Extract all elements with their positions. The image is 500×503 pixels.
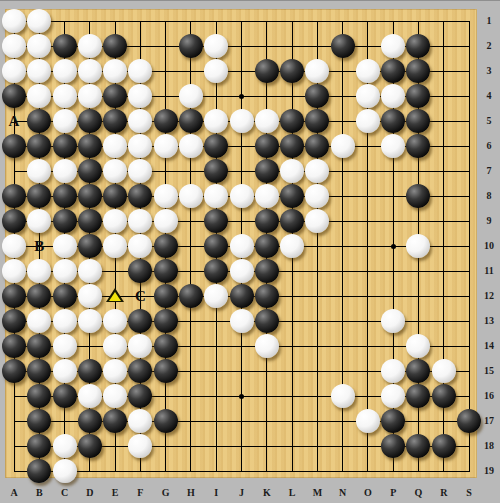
stone-white (381, 309, 405, 333)
stone-black (78, 184, 102, 208)
coord-number: 4 (481, 91, 497, 101)
stone-black (27, 434, 51, 458)
stone-black (230, 284, 254, 308)
stone-black (381, 434, 405, 458)
stone-white (331, 134, 355, 158)
stone-black (128, 384, 152, 408)
stone-white (204, 59, 228, 83)
stone-white (154, 134, 178, 158)
stone-black (255, 259, 279, 283)
coord-letter: J (234, 488, 250, 498)
stone-black (204, 259, 228, 283)
stone-white (128, 409, 152, 433)
stone-black (78, 434, 102, 458)
stone-white (230, 259, 254, 283)
stone-white (78, 384, 102, 408)
stone-black (204, 234, 228, 258)
stone-black (27, 384, 51, 408)
coord-letter: C (57, 488, 73, 498)
stone-black (406, 34, 430, 58)
coord-letter: R (436, 488, 452, 498)
coord-letter: M (309, 488, 325, 498)
stone-black (78, 209, 102, 233)
stone-black (53, 184, 77, 208)
star-point (239, 94, 244, 99)
stone-white (305, 209, 329, 233)
letter-marker-C: C (130, 289, 150, 304)
stone-white (2, 34, 26, 58)
stone-white (2, 259, 26, 283)
coord-letter: S (461, 488, 477, 498)
stone-black (128, 259, 152, 283)
stone-white (27, 59, 51, 83)
stone-black (53, 284, 77, 308)
stone-white (356, 59, 380, 83)
stone-black (457, 409, 481, 433)
stone-white (103, 359, 127, 383)
coord-number: 18 (481, 441, 497, 451)
stone-white (53, 359, 77, 383)
stone-black (2, 334, 26, 358)
coord-number: 17 (481, 416, 497, 426)
stone-black (381, 109, 405, 133)
stone-black (78, 359, 102, 383)
stone-white (331, 384, 355, 408)
stone-black (204, 159, 228, 183)
stone-white (204, 184, 228, 208)
stone-black (255, 134, 279, 158)
coord-letter: F (132, 488, 148, 498)
stone-black (154, 109, 178, 133)
stone-white (53, 259, 77, 283)
stone-white (103, 384, 127, 408)
triangle-marker (106, 288, 124, 302)
stone-black (103, 34, 127, 58)
coord-number: 13 (481, 316, 497, 326)
triangle-marker-fill (109, 292, 121, 301)
go-app-window: ABC ABCDEFGHIJKLMNOPQRS12345678910111213… (0, 0, 500, 503)
letter-marker-A: A (4, 114, 24, 129)
stone-black (2, 209, 26, 233)
stone-black (179, 34, 203, 58)
stone-white (2, 9, 26, 33)
grid-line-horizontal (14, 346, 470, 347)
coord-number: 9 (481, 216, 497, 226)
stone-black (78, 409, 102, 433)
stone-white (78, 34, 102, 58)
stone-black (406, 434, 430, 458)
stone-black (53, 34, 77, 58)
stone-white (27, 209, 51, 233)
stone-black (78, 234, 102, 258)
stone-white (305, 159, 329, 183)
stone-black (280, 184, 304, 208)
stone-black (305, 109, 329, 133)
stone-black (2, 184, 26, 208)
stone-white (230, 184, 254, 208)
grid-line-horizontal (14, 21, 470, 22)
stone-white (128, 334, 152, 358)
stone-black (78, 134, 102, 158)
stone-white (53, 309, 77, 333)
stone-black (128, 184, 152, 208)
stone-black (103, 184, 127, 208)
coord-letter: P (385, 488, 401, 498)
stone-black (305, 134, 329, 158)
coord-letter: Q (410, 488, 426, 498)
stone-white (204, 284, 228, 308)
stone-black (381, 59, 405, 83)
stone-white (78, 309, 102, 333)
stone-white (381, 134, 405, 158)
stone-black (27, 359, 51, 383)
stone-black (331, 34, 355, 58)
stone-white (154, 209, 178, 233)
coord-number: 16 (481, 391, 497, 401)
coord-number: 14 (481, 341, 497, 351)
coord-letter: I (208, 488, 224, 498)
stone-white (53, 434, 77, 458)
stone-black (255, 209, 279, 233)
stone-white (280, 159, 304, 183)
stone-black (2, 309, 26, 333)
stone-black (78, 159, 102, 183)
stone-black (53, 209, 77, 233)
stone-black (255, 309, 279, 333)
stone-black (255, 59, 279, 83)
stone-white (230, 309, 254, 333)
stone-black (280, 209, 304, 233)
stone-black (406, 384, 430, 408)
stone-white (103, 59, 127, 83)
stone-white (230, 234, 254, 258)
coord-letter: B (31, 488, 47, 498)
stone-white (128, 109, 152, 133)
stone-white (255, 109, 279, 133)
stone-black (255, 284, 279, 308)
stone-white (381, 359, 405, 383)
star-point (239, 394, 244, 399)
stone-black (280, 59, 304, 83)
coord-number: 7 (481, 166, 497, 176)
stone-black (154, 334, 178, 358)
stone-white (381, 34, 405, 58)
stone-white (53, 84, 77, 108)
coord-number: 6 (481, 141, 497, 151)
stone-white (179, 134, 203, 158)
stone-white (381, 84, 405, 108)
stone-white (406, 334, 430, 358)
stone-black (128, 359, 152, 383)
stone-black (305, 84, 329, 108)
stone-white (53, 234, 77, 258)
coord-letter: G (158, 488, 174, 498)
stone-black (406, 59, 430, 83)
stone-black (406, 359, 430, 383)
stone-black (53, 134, 77, 158)
stone-white (280, 234, 304, 258)
stone-black (154, 234, 178, 258)
stone-black (2, 359, 26, 383)
stone-white (53, 459, 77, 483)
stone-black (27, 109, 51, 133)
go-board[interactable]: ABC (5, 9, 477, 478)
stone-white (406, 234, 430, 258)
stone-white (53, 109, 77, 133)
coord-letter: E (107, 488, 123, 498)
stone-white (204, 34, 228, 58)
letter-marker-B: B (29, 239, 49, 254)
coord-number: 19 (481, 466, 497, 476)
stone-black (154, 284, 178, 308)
stone-black (280, 109, 304, 133)
stone-white (128, 159, 152, 183)
stone-white (204, 109, 228, 133)
stone-black (179, 109, 203, 133)
stone-white (103, 134, 127, 158)
stone-black (154, 409, 178, 433)
coord-number: 5 (481, 116, 497, 126)
stone-black (154, 259, 178, 283)
coord-number: 8 (481, 191, 497, 201)
stone-black (103, 84, 127, 108)
stone-black (27, 184, 51, 208)
stone-white (103, 334, 127, 358)
stone-white (53, 59, 77, 83)
stone-black (154, 359, 178, 383)
stone-black (27, 459, 51, 483)
stone-white (53, 159, 77, 183)
stone-black (432, 434, 456, 458)
stone-white (432, 359, 456, 383)
stone-black (255, 159, 279, 183)
stone-black (27, 409, 51, 433)
coord-letter: K (259, 488, 275, 498)
coord-number: 12 (481, 291, 497, 301)
stone-black (179, 284, 203, 308)
stone-white (27, 259, 51, 283)
stone-black (255, 234, 279, 258)
stone-white (128, 84, 152, 108)
stone-white (78, 84, 102, 108)
stone-white (128, 434, 152, 458)
stone-black (103, 409, 127, 433)
stone-black (204, 134, 228, 158)
coord-letter: N (335, 488, 351, 498)
coord-number: 15 (481, 366, 497, 376)
stone-white (103, 309, 127, 333)
stone-black (154, 309, 178, 333)
stone-white (78, 259, 102, 283)
stone-white (128, 59, 152, 83)
stone-white (128, 209, 152, 233)
stone-black (2, 84, 26, 108)
coord-letter: D (82, 488, 98, 498)
stone-black (432, 384, 456, 408)
grid-line-horizontal (14, 471, 470, 472)
stone-black (204, 209, 228, 233)
stone-black (2, 134, 26, 158)
coord-letter: A (6, 488, 22, 498)
stone-white (103, 234, 127, 258)
coord-letter: H (183, 488, 199, 498)
stone-white (255, 184, 279, 208)
stone-white (305, 59, 329, 83)
stone-white (27, 9, 51, 33)
stone-black (103, 109, 127, 133)
stone-white (128, 234, 152, 258)
stone-white (78, 284, 102, 308)
stone-white (2, 59, 26, 83)
stone-white (27, 34, 51, 58)
stone-white (356, 409, 380, 433)
coord-number: 1 (481, 16, 497, 26)
coord-number: 10 (481, 241, 497, 251)
stone-black (406, 134, 430, 158)
coord-number: 2 (481, 41, 497, 51)
coord-letter: O (360, 488, 376, 498)
stone-white (179, 184, 203, 208)
stone-black (27, 334, 51, 358)
stone-black (280, 134, 304, 158)
stone-black (381, 409, 405, 433)
stone-black (78, 109, 102, 133)
stone-black (53, 384, 77, 408)
stone-white (305, 184, 329, 208)
coord-number: 11 (481, 266, 497, 276)
stone-black (406, 84, 430, 108)
stone-black (406, 109, 430, 133)
stone-black (27, 284, 51, 308)
grid-line-vertical (469, 21, 470, 471)
stone-white (103, 209, 127, 233)
stone-white (356, 84, 380, 108)
stone-white (27, 84, 51, 108)
stone-white (179, 84, 203, 108)
stone-white (78, 59, 102, 83)
stone-white (27, 309, 51, 333)
stone-black (128, 309, 152, 333)
stone-white (230, 109, 254, 133)
stone-black (406, 184, 430, 208)
coord-number: 3 (481, 66, 497, 76)
stone-white (27, 159, 51, 183)
stone-white (154, 184, 178, 208)
stone-black (2, 284, 26, 308)
star-point (391, 244, 396, 249)
stone-white (103, 159, 127, 183)
stone-white (356, 109, 380, 133)
stone-white (2, 234, 26, 258)
stone-white (381, 384, 405, 408)
stone-black (27, 134, 51, 158)
coord-letter: L (284, 488, 300, 498)
stone-white (128, 134, 152, 158)
stone-white (255, 334, 279, 358)
stone-white (53, 334, 77, 358)
